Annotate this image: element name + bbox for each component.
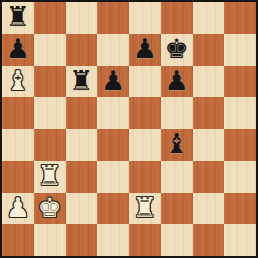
square-c3[interactable] [66,161,98,193]
white-rook[interactable]: ♜ [133,194,157,221]
square-d8[interactable] [97,2,129,34]
square-b7[interactable] [34,34,66,66]
square-f2[interactable] [161,193,193,225]
square-h4[interactable] [224,129,256,161]
square-c2[interactable] [66,193,98,225]
square-h2[interactable] [224,193,256,225]
square-a2[interactable]: ♟ [2,193,34,225]
square-c1[interactable] [66,224,98,256]
black-pawn[interactable]: ♟ [6,35,30,62]
black-rook[interactable]: ♜ [69,67,93,94]
square-d5[interactable] [97,97,129,129]
square-a1[interactable] [2,224,34,256]
square-h1[interactable] [224,224,256,256]
square-f6[interactable]: ♟ [161,66,193,98]
square-e8[interactable] [129,2,161,34]
square-h7[interactable] [224,34,256,66]
square-g7[interactable] [193,34,225,66]
square-h8[interactable] [224,2,256,34]
square-f3[interactable] [161,161,193,193]
square-d1[interactable] [97,224,129,256]
square-d3[interactable] [97,161,129,193]
square-e5[interactable] [129,97,161,129]
white-rook[interactable]: ♜ [38,162,62,189]
square-e1[interactable] [129,224,161,256]
black-rook[interactable]: ♜ [6,3,30,30]
square-g8[interactable] [193,2,225,34]
square-e4[interactable] [129,129,161,161]
square-b8[interactable] [34,2,66,34]
square-e2[interactable]: ♜ [129,193,161,225]
square-a3[interactable] [2,161,34,193]
square-f8[interactable] [161,2,193,34]
square-e3[interactable] [129,161,161,193]
square-f4[interactable]: ♝ [161,129,193,161]
square-c7[interactable] [66,34,98,66]
chess-board-frame: ♜♟♟♚♝♜♟♟♝♜♟♚♜ [0,0,258,258]
square-g3[interactable] [193,161,225,193]
square-f1[interactable] [161,224,193,256]
square-b5[interactable] [34,97,66,129]
square-a7[interactable]: ♟ [2,34,34,66]
square-g4[interactable] [193,129,225,161]
black-pawn[interactable]: ♟ [165,67,189,94]
square-g1[interactable] [193,224,225,256]
square-b6[interactable] [34,66,66,98]
square-e6[interactable] [129,66,161,98]
square-f5[interactable] [161,97,193,129]
square-g5[interactable] [193,97,225,129]
square-d6[interactable]: ♟ [97,66,129,98]
black-bishop[interactable]: ♝ [165,130,189,157]
square-h6[interactable] [224,66,256,98]
square-d7[interactable] [97,34,129,66]
square-h5[interactable] [224,97,256,129]
square-g2[interactable] [193,193,225,225]
square-c4[interactable] [66,129,98,161]
square-a6[interactable]: ♝ [2,66,34,98]
square-a8[interactable]: ♜ [2,2,34,34]
square-c6[interactable]: ♜ [66,66,98,98]
square-d4[interactable] [97,129,129,161]
square-b1[interactable] [34,224,66,256]
chess-board: ♜♟♟♚♝♜♟♟♝♜♟♚♜ [2,2,256,256]
white-pawn[interactable]: ♟ [6,194,30,221]
square-d2[interactable] [97,193,129,225]
black-pawn[interactable]: ♟ [101,67,125,94]
square-f7[interactable]: ♚ [161,34,193,66]
white-king[interactable]: ♚ [38,194,62,221]
square-b2[interactable]: ♚ [34,193,66,225]
square-g6[interactable] [193,66,225,98]
white-bishop[interactable]: ♝ [6,67,30,94]
square-b4[interactable] [34,129,66,161]
square-b3[interactable]: ♜ [34,161,66,193]
square-a4[interactable] [2,129,34,161]
square-c8[interactable] [66,2,98,34]
square-h3[interactable] [224,161,256,193]
square-e7[interactable]: ♟ [129,34,161,66]
square-c5[interactable] [66,97,98,129]
square-a5[interactable] [2,97,34,129]
black-king[interactable]: ♚ [165,35,189,62]
black-pawn[interactable]: ♟ [133,35,157,62]
